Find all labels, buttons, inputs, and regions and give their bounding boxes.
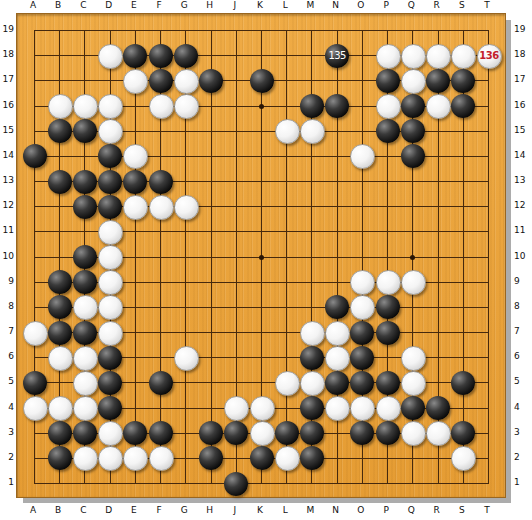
stone-white-R16: [426, 94, 451, 119]
grid-line-vertical: [286, 30, 287, 484]
stone-white-Q6: [401, 346, 426, 371]
stone-white-G6: [174, 346, 199, 371]
stone-black-H17: [199, 69, 223, 93]
stone-black-B8: [48, 295, 72, 319]
stone-white-S2: [451, 446, 476, 471]
stone-white-D9: [98, 270, 123, 295]
star-point: [410, 255, 415, 260]
move-number-label: 136: [479, 51, 498, 61]
stone-black-B3: [48, 421, 72, 445]
stone-white-M5: [300, 371, 325, 396]
stone-black-D13: [98, 170, 122, 194]
row-label-left: 2: [0, 451, 14, 463]
stone-black-D4: [98, 396, 122, 420]
column-label-top: M: [302, 0, 318, 10]
stone-white-C8: [73, 295, 98, 320]
stone-black-K17: [250, 69, 274, 93]
stone-white-E14: [123, 144, 148, 169]
stone-white-Q17: [401, 69, 426, 94]
column-label-top: F: [151, 0, 167, 10]
column-label-bottom: C: [75, 505, 91, 515]
stone-black-C15: [73, 119, 97, 143]
stone-white-A7: [23, 321, 48, 346]
stone-black-J3: [224, 421, 248, 445]
row-label-right: 13: [514, 174, 532, 186]
stone-black-P3: [376, 421, 400, 445]
stone-white-D8: [98, 295, 123, 320]
stone-black-D14: [98, 144, 122, 168]
row-label-right: 2: [514, 451, 532, 463]
grid-line-vertical: [488, 30, 489, 484]
column-label-top: A: [25, 0, 41, 10]
row-label-right: 9: [514, 275, 532, 287]
column-label-bottom: D: [101, 505, 117, 515]
row-label-right: 12: [514, 199, 532, 211]
stone-white-B4: [48, 396, 73, 421]
column-label-bottom: N: [328, 505, 344, 515]
stone-black-Q4: [401, 396, 425, 420]
stone-black-P5: [376, 371, 400, 395]
stone-black-B13: [48, 170, 72, 194]
row-label-right: 10: [514, 250, 532, 262]
stone-black-B9: [48, 270, 72, 294]
stone-white-N6: [325, 346, 350, 371]
column-label-bottom: J: [227, 505, 243, 515]
column-label-top: L: [277, 0, 293, 10]
stone-black-E13: [123, 170, 147, 194]
stone-white-G17: [174, 69, 199, 94]
column-label-top: C: [75, 0, 91, 10]
stone-black-A14: [23, 144, 47, 168]
stone-white-F16: [149, 94, 174, 119]
stone-white-D11: [98, 220, 123, 245]
stone-black-J1: [224, 472, 248, 496]
stone-white-L15: [275, 119, 300, 144]
stone-white-E12: [123, 195, 148, 220]
stone-black-Q16: [401, 94, 425, 118]
row-label-left: 17: [0, 73, 14, 85]
stone-black-O3: [350, 421, 374, 445]
stone-white-C6: [73, 346, 98, 371]
stone-black-M3: [300, 421, 324, 445]
stone-black-S17: [451, 69, 475, 93]
stone-black-P7: [376, 321, 400, 345]
column-label-top: Q: [403, 0, 419, 10]
stone-black-B7: [48, 321, 72, 345]
stone-white-L2: [275, 446, 300, 471]
row-label-left: 6: [0, 350, 14, 362]
row-label-left: 1: [0, 476, 14, 488]
stone-black-H3: [199, 421, 223, 445]
row-label-right: 4: [514, 401, 532, 413]
row-label-right: 5: [514, 375, 532, 387]
row-label-right: 8: [514, 300, 532, 312]
stone-black-F18: [149, 44, 173, 68]
stone-white-K3: [250, 421, 275, 446]
stone-black-F5: [149, 371, 173, 395]
column-label-top: E: [126, 0, 142, 10]
column-label-bottom: M: [302, 505, 318, 515]
star-point: [259, 255, 264, 260]
stone-white-Q5: [401, 371, 426, 396]
stone-white-N4: [325, 396, 350, 421]
star-point: [259, 104, 264, 109]
row-label-left: 5: [0, 375, 14, 387]
stone-black-G18: [174, 44, 198, 68]
move-number-label: 135: [328, 51, 346, 61]
stone-black-N5: [325, 371, 349, 395]
stone-white-F2: [149, 446, 174, 471]
stone-white-R3: [426, 421, 451, 446]
stone-black-N8: [325, 295, 349, 319]
stone-white-C2: [73, 446, 98, 471]
stone-black-O6: [350, 346, 374, 370]
column-label-top: T: [479, 0, 495, 10]
stone-black-Q15: [401, 119, 425, 143]
stone-black-P8: [376, 295, 400, 319]
stone-white-B6: [48, 346, 73, 371]
row-label-left: 8: [0, 300, 14, 312]
stone-white-E17: [123, 69, 148, 94]
stone-black-S5: [451, 371, 475, 395]
go-board[interactable]: 135136: [16, 13, 506, 498]
stone-white-B16: [48, 94, 73, 119]
column-label-bottom: K: [252, 505, 268, 515]
column-label-top: O: [353, 0, 369, 10]
stone-white-N7: [325, 321, 350, 346]
stone-white-D15: [98, 119, 123, 144]
column-label-bottom: B: [50, 505, 66, 515]
row-label-left: 18: [0, 48, 14, 60]
stone-black-R17: [426, 69, 450, 93]
stone-white-Q9: [401, 270, 426, 295]
column-label-bottom: A: [25, 505, 41, 515]
stone-white-M7: [300, 321, 325, 346]
stone-white-F12: [149, 195, 174, 220]
stone-black-C12: [73, 195, 97, 219]
row-label-left: 12: [0, 199, 14, 211]
column-label-bottom: F: [151, 505, 167, 515]
column-label-top: J: [227, 0, 243, 10]
stone-white-O9: [350, 270, 375, 295]
row-label-left: 7: [0, 325, 14, 337]
stone-white-G16: [174, 94, 199, 119]
stone-white-K4: [250, 396, 275, 421]
row-label-right: 14: [514, 149, 532, 161]
stone-black-C7: [73, 321, 97, 345]
stone-black-F13: [149, 170, 173, 194]
row-label-left: 19: [0, 23, 14, 35]
column-label-top: B: [50, 0, 66, 10]
column-label-bottom: H: [202, 505, 218, 515]
stone-black-P15: [376, 119, 400, 143]
column-label-top: H: [202, 0, 218, 10]
column-label-bottom: S: [454, 505, 470, 515]
stone-black-N18: 135: [325, 44, 349, 68]
column-label-bottom: P: [378, 505, 394, 515]
stone-black-D12: [98, 195, 122, 219]
column-label-bottom: R: [429, 505, 445, 515]
stone-white-P18: [376, 44, 401, 69]
stone-black-B2: [48, 446, 72, 470]
row-label-right: 18: [514, 48, 532, 60]
stone-black-C13: [73, 170, 97, 194]
row-label-right: 16: [514, 99, 532, 111]
stone-black-C9: [73, 270, 97, 294]
stone-white-L5: [275, 371, 300, 396]
column-label-bottom: Q: [403, 505, 419, 515]
stone-white-M15: [300, 119, 325, 144]
row-label-left: 4: [0, 401, 14, 413]
stone-white-D10: [98, 245, 123, 270]
grid-line-horizontal: [34, 483, 489, 484]
stone-white-C5: [73, 371, 98, 396]
stone-black-F3: [149, 421, 173, 445]
stone-white-C4: [73, 396, 98, 421]
stone-black-E3: [123, 421, 147, 445]
stone-white-D16: [98, 94, 123, 119]
column-label-bottom: O: [353, 505, 369, 515]
stone-black-D6: [98, 346, 122, 370]
stone-white-R18: [426, 44, 451, 69]
stone-black-M6: [300, 346, 324, 370]
row-label-right: 15: [514, 124, 532, 136]
stone-black-K2: [250, 446, 274, 470]
row-label-right: 11: [514, 224, 532, 236]
stone-black-Q14: [401, 144, 425, 168]
stone-black-B15: [48, 119, 72, 143]
row-label-left: 11: [0, 224, 14, 236]
stone-white-O4: [350, 396, 375, 421]
stone-white-P9: [376, 270, 401, 295]
row-label-left: 14: [0, 149, 14, 161]
row-label-right: 19: [514, 23, 532, 35]
column-label-top: G: [176, 0, 192, 10]
stone-white-O14: [350, 144, 375, 169]
row-label-right: 3: [514, 426, 532, 438]
column-label-bottom: G: [176, 505, 192, 515]
stone-white-P16: [376, 94, 401, 119]
stone-black-P17: [376, 69, 400, 93]
stone-white-Q3: [401, 421, 426, 446]
column-label-bottom: E: [126, 505, 142, 515]
row-label-left: 10: [0, 250, 14, 262]
stone-white-T18: 136: [477, 44, 502, 69]
stone-black-M16: [300, 94, 324, 118]
stone-black-H2: [199, 446, 223, 470]
stone-white-G12: [174, 195, 199, 220]
row-label-left: 9: [0, 275, 14, 287]
stone-black-M4: [300, 396, 324, 420]
stone-black-O5: [350, 371, 374, 395]
stone-white-D2: [98, 446, 123, 471]
stone-black-S16: [451, 94, 475, 118]
stone-white-S18: [451, 44, 476, 69]
stone-black-N16: [325, 94, 349, 118]
stone-white-Q18: [401, 44, 426, 69]
column-label-top: K: [252, 0, 268, 10]
stone-black-R4: [426, 396, 450, 420]
column-label-bottom: L: [277, 505, 293, 515]
stone-white-O8: [350, 295, 375, 320]
column-label-top: D: [101, 0, 117, 10]
stone-black-D5: [98, 371, 122, 395]
stone-black-C10: [73, 245, 97, 269]
stone-white-C16: [73, 94, 98, 119]
row-label-right: 6: [514, 350, 532, 362]
row-label-left: 15: [0, 124, 14, 136]
stone-black-F17: [149, 69, 173, 93]
row-label-left: 3: [0, 426, 14, 438]
stone-black-L3: [275, 421, 299, 445]
stone-white-D18: [98, 44, 123, 69]
row-label-left: 16: [0, 99, 14, 111]
stone-black-O7: [350, 321, 374, 345]
column-label-top: P: [378, 0, 394, 10]
stone-black-C3: [73, 421, 97, 445]
stone-white-D3: [98, 421, 123, 446]
column-label-top: S: [454, 0, 470, 10]
stone-black-M2: [300, 446, 324, 470]
go-diagram: 135136 AABBCCDDEEFFGGHHJJKKLLMMNNOOPPQQR…: [0, 0, 532, 520]
column-label-top: N: [328, 0, 344, 10]
stone-white-A4: [23, 396, 48, 421]
stone-black-S3: [451, 421, 475, 445]
stone-white-E2: [123, 446, 148, 471]
row-label-left: 13: [0, 174, 14, 186]
column-label-bottom: T: [479, 505, 495, 515]
row-label-right: 7: [514, 325, 532, 337]
column-label-top: R: [429, 0, 445, 10]
stone-white-J4: [224, 396, 249, 421]
stone-black-A5: [23, 371, 47, 395]
row-label-right: 1: [514, 476, 532, 488]
stone-black-E18: [123, 44, 147, 68]
stone-white-D7: [98, 321, 123, 346]
row-label-right: 17: [514, 73, 532, 85]
stone-white-P4: [376, 396, 401, 421]
